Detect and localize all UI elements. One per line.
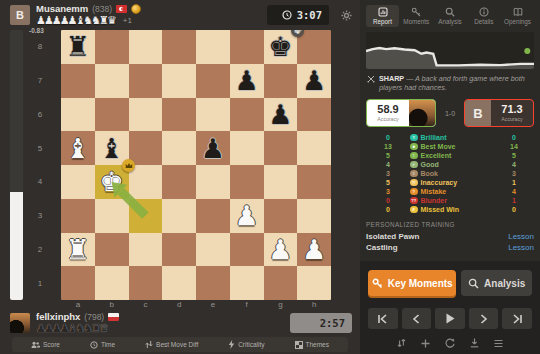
white-count: 4 (366, 161, 410, 168)
black-clock: 3:07 (267, 5, 329, 25)
add-icon[interactable] (421, 339, 430, 348)
black-clock-time: 3:07 (297, 9, 322, 21)
file-label-d: d (162, 300, 196, 309)
white-captured-pieces-tray: ♟♟♟♟♝♞♞♜♛ (36, 323, 107, 334)
blunder-icon: ?? (410, 197, 418, 205)
square-b8[interactable] (95, 30, 129, 64)
square-c1[interactable] (129, 266, 163, 300)
top-player-bar: B Musanemm (838) ♟♟♟♟♟♝♞♞♜♛ +1 3:07 (0, 0, 360, 30)
white-pawn: ♟ (230, 199, 264, 233)
square-d6[interactable] (162, 98, 196, 132)
file-label-h: h (297, 300, 331, 309)
square-h6[interactable] (297, 98, 331, 132)
classification-row-inaccuracy: 5 ?!Inaccuracy 1 (366, 178, 534, 187)
square-b7[interactable] (95, 64, 129, 98)
white-accuracy-avatar (409, 100, 435, 126)
square-g4[interactable] (264, 165, 298, 199)
rank-label-5: 5 (26, 131, 54, 165)
square-g3[interactable] (264, 199, 298, 233)
square-a6[interactable] (61, 98, 95, 132)
file-label-g: g (264, 300, 298, 309)
white-count: 0 (366, 197, 410, 204)
tab-openings[interactable]: Openings (501, 5, 534, 27)
bottom-player-bar: fellxinphx (798) ♟♟♟♟♝♞♞♜♛ 2:57 (0, 311, 360, 335)
mistake-icon: ? (410, 188, 418, 196)
square-a8[interactable]: ♜ (61, 30, 95, 64)
toolbar-item-time[interactable]: Time (90, 341, 115, 349)
square-e1[interactable] (196, 266, 230, 300)
square-f6[interactable] (230, 98, 264, 132)
white-clock-time: 2:57 (320, 317, 345, 329)
refresh-icon[interactable] (445, 338, 455, 348)
square-a4[interactable] (61, 165, 95, 199)
panel-icon-row (368, 338, 532, 348)
square-d3[interactable] (162, 199, 196, 233)
square-c4[interactable] (129, 165, 163, 199)
square-g6[interactable]: ♟ (264, 98, 298, 132)
rank-label-2: 2 (26, 233, 54, 267)
clock-icon (282, 10, 292, 20)
rank-label-1: 1 (26, 266, 54, 300)
missed-win-icon: ✗ (410, 206, 418, 214)
square-d5[interactable] (162, 131, 196, 165)
lesson-link[interactable]: Lesson (508, 243, 534, 252)
accuracy-label: Accuracy (377, 116, 398, 122)
classification-row-brilliant: 0 !!Brilliant 0 (366, 133, 534, 142)
black-player-rating: (838) (92, 5, 112, 14)
square-f7[interactable]: ♟ (230, 64, 264, 98)
white-pawn: ♟ (264, 233, 298, 267)
toolbar-item-best-move-diff[interactable]: Best Move Diff (145, 340, 198, 349)
square-g2[interactable]: ♟ (264, 233, 298, 267)
square-h5[interactable] (297, 131, 331, 165)
square-g1[interactable] (264, 266, 298, 300)
evaluation-bar (10, 30, 23, 300)
black-pawn: ♟ (196, 131, 230, 165)
rank-label-6: 6 (26, 98, 54, 132)
poland-flag-icon (108, 313, 119, 321)
black-player-name[interactable]: Musanemm (36, 4, 88, 14)
next-move-button[interactable] (469, 308, 499, 329)
square-f1[interactable] (230, 266, 264, 300)
square-d7[interactable] (162, 64, 196, 98)
square-g7[interactable] (264, 64, 298, 98)
square-b1[interactable] (95, 266, 129, 300)
file-labels: abcdefgh (61, 300, 331, 311)
square-f4[interactable] (230, 165, 264, 199)
black-accuracy-avatar: B (465, 100, 491, 126)
file-label-f: f (230, 300, 264, 309)
square-e7[interactable] (196, 64, 230, 98)
white-bishop: ♝ (61, 131, 95, 165)
black-pawn: ♟ (264, 98, 298, 132)
classification-row-excellent: 5 !Excellent 5 (366, 151, 534, 160)
book-icon: ≡ (410, 170, 418, 178)
play-button[interactable] (435, 308, 465, 329)
black-accuracy-value: 71.3 (501, 104, 522, 115)
white-count: 0 (366, 134, 410, 141)
square-b3[interactable] (95, 199, 129, 233)
white-count: 3 (366, 170, 410, 177)
square-e2[interactable] (196, 233, 230, 267)
flip-board-icon[interactable] (397, 338, 406, 348)
review-toolbar: Score Time Best Move Diff Criticality Th… (12, 337, 348, 352)
captured-queen: ♛ (107, 15, 117, 26)
summary-tag: SHARP (379, 74, 404, 83)
toolbar-item-score[interactable]: Score (31, 341, 60, 349)
board-area: -0.83 87654321 ♜♚♟♟♟♝♝♟♚♟♜♟♟ ♚ abcdefgh (0, 30, 360, 311)
move-classification-table: 0 !!Brilliant 0 13 ★Best Move 14 5 !Exce… (366, 133, 534, 214)
training-header: PERSONALIZED TRAINING (366, 221, 534, 228)
black-captured-pieces-tray: ♟♟♟♟♟♝♞♞♜♛ (36, 15, 115, 26)
square-f2[interactable] (230, 233, 264, 267)
game-summary: SHARP — A back and forth game where both… (367, 74, 533, 93)
brilliant-icon: !! (410, 134, 418, 142)
training-row-isolated-pawn: Isolated Pawn Lesson (366, 231, 534, 242)
white-player-avatar[interactable] (10, 313, 30, 333)
black-count: 3 (494, 170, 534, 177)
inaccuracy-icon: ?! (410, 179, 418, 187)
go-to-start-button[interactable] (368, 308, 398, 329)
sharp-icon (367, 75, 375, 93)
file-label-b: b (95, 300, 129, 309)
square-c8[interactable] (129, 30, 163, 64)
classification-row-book: 3 ≡Book 3 (366, 169, 534, 178)
personalized-training: PERSONALIZED TRAINING Isolated Pawn Less… (366, 221, 534, 253)
square-e3[interactable] (196, 199, 230, 233)
analysis-button[interactable]: Analysis (461, 270, 532, 296)
white-pawn: ♟ (297, 233, 331, 267)
white-accuracy-box: 58.9 Accuracy (366, 99, 436, 127)
file-label-e: e (196, 300, 230, 309)
square-h2[interactable]: ♟ (297, 233, 331, 267)
square-d8[interactable] (162, 30, 196, 64)
rank-label-8: 8 (26, 30, 54, 64)
black-count: 5 (494, 152, 534, 159)
material-advantage: +1 (123, 17, 132, 25)
square-e6[interactable] (196, 98, 230, 132)
square-c6[interactable] (129, 98, 163, 132)
white-accuracy-value: 58.9 (377, 104, 398, 115)
go-to-end-button[interactable] (502, 308, 532, 329)
file-label-c: c (129, 300, 163, 309)
black-count: 0 (494, 134, 534, 141)
black-pawn: ♟ (297, 64, 331, 98)
black-count: 0 (494, 206, 534, 213)
square-g5[interactable] (264, 131, 298, 165)
tab-details[interactable]: Details (467, 5, 500, 27)
white-count: 5 (366, 152, 410, 159)
game-area: B Musanemm (838) ♟♟♟♟♟♝♞♞♜♛ +1 3:07 (0, 0, 360, 354)
square-a7[interactable] (61, 64, 95, 98)
previous-move-button[interactable] (402, 308, 432, 329)
square-a5[interactable]: ♝ (61, 131, 95, 165)
captured-queen: ♛ (99, 323, 109, 334)
training-topic: Isolated Pawn (366, 232, 419, 241)
black-count: 4 (494, 188, 534, 195)
game-report-panel: Report Moments Analysis Details Openings… (360, 0, 540, 354)
file-label-a: a (61, 300, 95, 309)
panel-footer: Key Moments Analysis (360, 261, 540, 354)
training-topic: Castling (366, 243, 398, 252)
tab-report[interactable]: Report (366, 5, 399, 27)
key-moments-button[interactable]: Key Moments (368, 270, 456, 296)
square-f3[interactable]: ♟ (230, 199, 264, 233)
square-h8[interactable] (297, 30, 331, 64)
playback-controls (368, 308, 532, 329)
square-e5[interactable]: ♟ (196, 131, 230, 165)
excellent-icon: ! (410, 152, 418, 160)
square-c5[interactable] (129, 131, 163, 165)
classification-row-mistake: 3 ?Mistake 4 (366, 187, 534, 196)
rank-label-3: 3 (26, 199, 54, 233)
accuracy-label: Accuracy (501, 116, 522, 122)
square-e8[interactable] (196, 30, 230, 64)
turkey-flag-icon (116, 5, 127, 13)
toolbar-item-themes[interactable]: Themes (295, 341, 329, 349)
classification-row-good: 4 ✓Good 4 (366, 160, 534, 169)
rank-labels: 87654321 (26, 30, 54, 300)
square-h1[interactable] (297, 266, 331, 300)
evaluation-graph[interactable] (366, 32, 534, 68)
black-count: 4 (494, 161, 534, 168)
white-count: 3 (366, 188, 410, 195)
good-icon: ✓ (410, 161, 418, 169)
chess-board[interactable]: ♜♚♟♟♟♝♝♟♚♟♜♟♟ ♚ (61, 30, 331, 300)
lesson-link[interactable]: Lesson (508, 232, 534, 241)
move-list-icon[interactable] (494, 339, 503, 348)
square-f8[interactable] (230, 30, 264, 64)
classification-row-missed-win: 0 ✗Missed Win 0 (366, 205, 534, 214)
training-row-castling: Castling Lesson (366, 242, 534, 253)
tab-moments[interactable]: Moments (400, 5, 433, 27)
black-pawn: ♟ (230, 64, 264, 98)
winner-crown-badge (122, 159, 135, 172)
square-e4[interactable] (196, 165, 230, 199)
best-move-icon: ★ (410, 143, 418, 151)
black-count: 14 (494, 143, 534, 150)
square-c2[interactable] (129, 233, 163, 267)
black-player-avatar[interactable]: B (10, 5, 30, 25)
square-f5[interactable] (230, 131, 264, 165)
tab-analysis[interactable]: Analysis (434, 5, 467, 27)
black-accuracy-box: B 71.3 Accuracy (464, 99, 534, 127)
report-tabs: Report Moments Analysis Details Openings (366, 5, 534, 27)
settings-gear-icon[interactable] (341, 10, 352, 21)
square-h7[interactable]: ♟ (297, 64, 331, 98)
white-rook: ♜ (61, 233, 95, 267)
eval-graph-svg (366, 32, 534, 68)
game-result: 1-0 (439, 110, 461, 117)
square-d1[interactable] (162, 266, 196, 300)
square-h3[interactable] (297, 199, 331, 233)
black-rook: ♜ (61, 30, 95, 64)
square-a3[interactable] (61, 199, 95, 233)
rank-label-4: 4 (26, 165, 54, 199)
black-count: 1 (494, 197, 534, 204)
rank-label-7: 7 (26, 64, 54, 98)
square-c7[interactable] (129, 64, 163, 98)
square-a1[interactable] (61, 266, 95, 300)
download-icon[interactable] (470, 338, 479, 348)
classification-row-best-move: 13 ★Best Move 14 (366, 142, 534, 151)
square-b6[interactable] (95, 98, 129, 132)
white-count: 13 (366, 143, 410, 150)
toolbar-item-criticality[interactable]: Criticality (228, 340, 264, 349)
white-count: 5 (366, 179, 410, 186)
square-c3[interactable] (129, 199, 163, 233)
square-d2[interactable] (162, 233, 196, 267)
white-count: 0 (366, 206, 410, 213)
accuracy-row: 58.9 Accuracy 1-0 B 71.3 Accuracy (366, 99, 534, 127)
square-a2[interactable]: ♜ (61, 233, 95, 267)
classification-row-blunder: 0 ??Blunder 1 (366, 196, 534, 205)
square-d4[interactable] (162, 165, 196, 199)
black-count: 1 (494, 179, 534, 186)
white-player-name[interactable]: fellxinphx (36, 312, 80, 322)
medal-icon (131, 4, 141, 14)
white-player-rating: (798) (84, 313, 104, 322)
white-clock: 2:57 (290, 313, 352, 333)
square-h4[interactable] (297, 165, 331, 199)
square-b2[interactable] (95, 233, 129, 267)
